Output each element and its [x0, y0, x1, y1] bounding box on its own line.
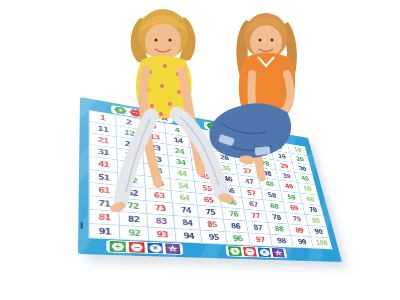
left-girl-hand [155, 182, 161, 188]
left-girl-face [145, 23, 181, 61]
left-girl-hand [198, 170, 204, 176]
right-girl-hand [259, 175, 266, 182]
right-girl-rolled-cuff [255, 146, 271, 156]
scene: +−×÷ +−×÷ 123456789101112131415161718192… [0, 0, 400, 300]
child-left [109, 9, 235, 214]
children-illustration [0, 0, 400, 300]
child-right [210, 13, 297, 182]
